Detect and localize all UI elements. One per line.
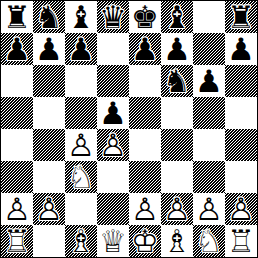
square-f8[interactable]: ♝♝ xyxy=(161,1,193,33)
square-h1[interactable]: ♜♖ xyxy=(225,225,257,257)
black-pawn-icon: ♟♟ xyxy=(193,65,225,97)
square-d6[interactable] xyxy=(97,65,129,97)
piece-glyph: ♜ xyxy=(225,1,257,33)
piece-glyph: ♟ xyxy=(129,33,161,65)
square-h4[interactable] xyxy=(225,129,257,161)
black-pawn-icon: ♟♟ xyxy=(129,33,161,65)
black-rook-icon: ♜♜ xyxy=(1,1,33,33)
piece-glyph: ♙ xyxy=(65,129,97,161)
square-b8[interactable]: ♞♞ xyxy=(33,1,65,33)
black-pawn-icon: ♟♟ xyxy=(161,33,193,65)
piece-glyph: ♘ xyxy=(193,225,225,257)
square-d1[interactable]: ♛♕ xyxy=(97,225,129,257)
black-bishop-icon: ♝♝ xyxy=(161,1,193,33)
piece-glyph: ♟ xyxy=(161,33,193,65)
square-c4[interactable]: ♟♙ xyxy=(65,129,97,161)
square-d8[interactable]: ♛♛ xyxy=(97,1,129,33)
piece-glyph: ♟ xyxy=(65,33,97,65)
chess-board: ♜♜♞♞♝♝♛♛♚♚♝♝♜♜♟♟♟♟♟♟♟♟♟♟♟♟♞♞♟♟♟♟♟♙♟♙♞♘♟♙… xyxy=(0,0,258,258)
square-h5[interactable] xyxy=(225,97,257,129)
square-h7[interactable]: ♟♟ xyxy=(225,33,257,65)
white-bishop-icon: ♝♗ xyxy=(65,225,97,257)
black-pawn-icon: ♟♟ xyxy=(1,33,33,65)
piece-glyph: ♔ xyxy=(129,225,161,257)
piece-glyph: ♗ xyxy=(65,225,97,257)
square-a1[interactable]: ♜♖ xyxy=(1,225,33,257)
square-e3[interactable] xyxy=(129,161,161,193)
square-b7[interactable]: ♟♟ xyxy=(33,33,65,65)
piece-glyph: ♟ xyxy=(97,97,129,129)
black-king-icon: ♚♚ xyxy=(129,1,161,33)
square-b6[interactable] xyxy=(33,65,65,97)
white-pawn-icon: ♟♙ xyxy=(129,193,161,225)
square-e7[interactable]: ♟♟ xyxy=(129,33,161,65)
black-pawn-icon: ♟♟ xyxy=(65,33,97,65)
piece-glyph: ♜ xyxy=(1,1,33,33)
square-a5[interactable] xyxy=(1,97,33,129)
square-b5[interactable] xyxy=(33,97,65,129)
white-rook-icon: ♜♖ xyxy=(1,225,33,257)
black-bishop-icon: ♝♝ xyxy=(65,1,97,33)
square-c6[interactable] xyxy=(65,65,97,97)
piece-glyph: ♙ xyxy=(97,129,129,161)
black-pawn-icon: ♟♟ xyxy=(225,33,257,65)
square-a8[interactable]: ♜♜ xyxy=(1,1,33,33)
white-bishop-icon: ♝♗ xyxy=(161,225,193,257)
white-pawn-icon: ♟♙ xyxy=(97,129,129,161)
square-c7[interactable]: ♟♟ xyxy=(65,33,97,65)
square-e1[interactable]: ♚♔ xyxy=(129,225,161,257)
white-king-icon: ♚♔ xyxy=(129,225,161,257)
square-b3[interactable] xyxy=(33,161,65,193)
square-f3[interactable] xyxy=(161,161,193,193)
square-g3[interactable] xyxy=(193,161,225,193)
square-f4[interactable] xyxy=(161,129,193,161)
square-d2[interactable] xyxy=(97,193,129,225)
square-c1[interactable]: ♝♗ xyxy=(65,225,97,257)
piece-glyph: ♝ xyxy=(65,1,97,33)
chess-diagram: ♜♜♞♞♝♝♛♛♚♚♝♝♜♜♟♟♟♟♟♟♟♟♟♟♟♟♞♞♟♟♟♟♟♙♟♙♞♘♟♙… xyxy=(0,0,258,258)
black-pawn-icon: ♟♟ xyxy=(97,97,129,129)
square-a6[interactable] xyxy=(1,65,33,97)
white-pawn-icon: ♟♙ xyxy=(225,193,257,225)
black-pawn-icon: ♟♟ xyxy=(33,33,65,65)
square-g2[interactable]: ♟♙ xyxy=(193,193,225,225)
square-h2[interactable]: ♟♙ xyxy=(225,193,257,225)
square-d7[interactable] xyxy=(97,33,129,65)
piece-glyph: ♞ xyxy=(33,1,65,33)
square-g7[interactable] xyxy=(193,33,225,65)
black-rook-icon: ♜♜ xyxy=(225,1,257,33)
square-h6[interactable] xyxy=(225,65,257,97)
square-e8[interactable]: ♚♚ xyxy=(129,1,161,33)
square-e5[interactable] xyxy=(129,97,161,129)
white-pawn-icon: ♟♙ xyxy=(1,193,33,225)
white-pawn-icon: ♟♙ xyxy=(33,193,65,225)
square-b2[interactable]: ♟♙ xyxy=(33,193,65,225)
piece-glyph: ♖ xyxy=(225,225,257,257)
piece-glyph: ♖ xyxy=(1,225,33,257)
square-g8[interactable] xyxy=(193,1,225,33)
piece-glyph: ♘ xyxy=(65,161,97,193)
square-f6[interactable]: ♞♞ xyxy=(161,65,193,97)
white-knight-icon: ♞♘ xyxy=(65,161,97,193)
white-knight-icon: ♞♘ xyxy=(193,225,225,257)
white-pawn-icon: ♟♙ xyxy=(193,193,225,225)
square-e6[interactable] xyxy=(129,65,161,97)
square-g1[interactable]: ♞♘ xyxy=(193,225,225,257)
square-f7[interactable]: ♟♟ xyxy=(161,33,193,65)
square-d4[interactable]: ♟♙ xyxy=(97,129,129,161)
square-e2[interactable]: ♟♙ xyxy=(129,193,161,225)
piece-glyph: ♙ xyxy=(33,193,65,225)
square-d5[interactable]: ♟♟ xyxy=(97,97,129,129)
piece-glyph: ♝ xyxy=(161,1,193,33)
square-a2[interactable]: ♟♙ xyxy=(1,193,33,225)
square-c5[interactable] xyxy=(65,97,97,129)
piece-glyph: ♟ xyxy=(33,33,65,65)
square-c3[interactable]: ♞♘ xyxy=(65,161,97,193)
square-b4[interactable] xyxy=(33,129,65,161)
white-pawn-icon: ♟♙ xyxy=(161,193,193,225)
square-d3[interactable] xyxy=(97,161,129,193)
piece-glyph: ♙ xyxy=(193,193,225,225)
piece-glyph: ♙ xyxy=(161,193,193,225)
square-h8[interactable]: ♜♜ xyxy=(225,1,257,33)
square-c2[interactable] xyxy=(65,193,97,225)
white-queen-icon: ♛♕ xyxy=(97,225,129,257)
piece-glyph: ♟ xyxy=(225,33,257,65)
square-f1[interactable]: ♝♗ xyxy=(161,225,193,257)
square-f5[interactable] xyxy=(161,97,193,129)
square-f2[interactable]: ♟♙ xyxy=(161,193,193,225)
square-b1[interactable] xyxy=(33,225,65,257)
piece-glyph: ♙ xyxy=(129,193,161,225)
black-knight-icon: ♞♞ xyxy=(33,1,65,33)
piece-glyph: ♟ xyxy=(1,33,33,65)
piece-glyph: ♕ xyxy=(97,225,129,257)
piece-glyph: ♚ xyxy=(129,1,161,33)
piece-glyph: ♞ xyxy=(161,65,193,97)
black-queen-icon: ♛♛ xyxy=(97,1,129,33)
square-a3[interactable] xyxy=(1,161,33,193)
square-g6[interactable]: ♟♟ xyxy=(193,65,225,97)
piece-glyph: ♙ xyxy=(1,193,33,225)
piece-glyph: ♙ xyxy=(225,193,257,225)
piece-glyph: ♛ xyxy=(97,1,129,33)
square-g5[interactable] xyxy=(193,97,225,129)
square-c8[interactable]: ♝♝ xyxy=(65,1,97,33)
square-h3[interactable] xyxy=(225,161,257,193)
piece-glyph: ♗ xyxy=(161,225,193,257)
black-knight-icon: ♞♞ xyxy=(161,65,193,97)
square-a7[interactable]: ♟♟ xyxy=(1,33,33,65)
piece-glyph: ♟ xyxy=(193,65,225,97)
square-g4[interactable] xyxy=(193,129,225,161)
square-a4[interactable] xyxy=(1,129,33,161)
square-e4[interactable] xyxy=(129,129,161,161)
white-pawn-icon: ♟♙ xyxy=(65,129,97,161)
white-rook-icon: ♜♖ xyxy=(225,225,257,257)
